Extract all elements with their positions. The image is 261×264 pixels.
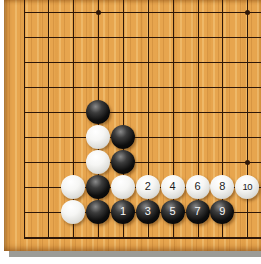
stone-black-J2: 9 [210, 200, 234, 224]
stone-white-D4 [86, 150, 110, 174]
board-point-D3 [86, 174, 111, 199]
board-point-D2 [86, 199, 111, 224]
stone-white-D5 [86, 125, 110, 149]
board-point-E3 [111, 174, 136, 199]
move-number-label: 9 [219, 206, 225, 217]
board-point-E2: 1 [111, 199, 136, 224]
go-diagram: 24681013579 [0, 0, 261, 264]
stone-white-G3: 4 [161, 175, 185, 199]
board-point-G3: 4 [160, 174, 185, 199]
board-drop-shadow [9, 251, 261, 257]
move-number-label: 1 [120, 206, 126, 217]
stone-black-E2: 1 [111, 200, 135, 224]
stone-black-D3 [86, 175, 110, 199]
board-point-H2: 7 [185, 199, 210, 224]
board-point-E5 [111, 124, 136, 149]
move-number-label: 2 [145, 181, 151, 192]
move-number-label: 7 [194, 206, 200, 217]
stone-white-F3: 2 [136, 175, 160, 199]
stone-white-H3: 6 [186, 175, 210, 199]
move-number-label: 4 [170, 181, 176, 192]
board-point-H3: 6 [185, 174, 210, 199]
move-number-label: 3 [145, 206, 151, 217]
board-point-D5 [86, 124, 111, 149]
stone-white-C3 [61, 175, 85, 199]
board-point-C2 [61, 199, 86, 224]
stone-black-D2 [86, 200, 110, 224]
move-number-label: 6 [194, 181, 200, 192]
board-point-F2: 3 [135, 199, 160, 224]
board-point-J2: 9 [210, 199, 235, 224]
stone-black-E4 [111, 150, 135, 174]
board-point-F3: 2 [135, 174, 160, 199]
stone-white-C2 [61, 200, 85, 224]
stone-black-D6 [86, 100, 110, 124]
go-board-grid: 24681013579 [11, 0, 260, 249]
stone-black-H2: 7 [186, 200, 210, 224]
stone-white-J3: 8 [210, 175, 234, 199]
stone-white-K3: 10 [235, 175, 259, 199]
move-number-label: 5 [170, 206, 176, 217]
stone-black-E5 [111, 125, 135, 149]
board-point-D4 [86, 149, 111, 174]
stone-black-F2: 3 [136, 200, 160, 224]
board-point-D6 [86, 99, 111, 124]
board-point-G2: 5 [160, 199, 185, 224]
board-point-K3: 10 [235, 174, 260, 199]
board-point-E4 [111, 149, 136, 174]
board-point-C3 [61, 174, 86, 199]
move-number-label: 10 [242, 182, 252, 192]
stone-white-E3 [111, 175, 135, 199]
board-point-J3: 8 [210, 174, 235, 199]
move-number-label: 8 [219, 181, 225, 192]
stone-black-G2: 5 [161, 200, 185, 224]
